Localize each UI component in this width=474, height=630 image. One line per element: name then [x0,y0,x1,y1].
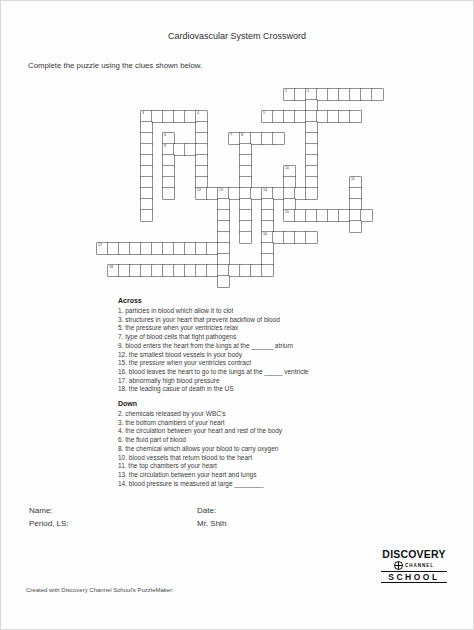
grid-cell [328,111,339,122]
grid-cell [240,232,251,243]
grid-cell [185,243,196,254]
clue-number: 18 [109,265,113,269]
grid-cell [174,243,185,254]
grid-cell [273,188,284,199]
grid-cell [350,199,361,210]
grid-cell [174,111,185,122]
grid-cell [163,166,174,177]
grid-cell [317,210,328,221]
discovery-school-logo: DISCOVERY CHANNEL SCHOOL [381,549,447,583]
grid-cell [262,221,273,232]
grid-cell [185,144,196,155]
grid-cell [306,177,317,188]
grid-cell [251,188,262,199]
grid-cell [306,133,317,144]
clue-line: 15. the pressure when your ventricles co… [118,359,448,368]
clue-line: 3. the bottom chambers of your heart [118,419,448,428]
clue-line: 17. abnormally high blood pressure [118,377,448,386]
clue-line: 2. chemicals released by your WBC's [118,410,448,419]
grid-cell [196,155,207,166]
clue-number: 12 [197,188,201,192]
clue-number: 6 [164,133,166,137]
grid-cell: 18 [108,265,119,276]
grid-cell [306,166,317,177]
grid-cell [306,111,317,122]
clue-line: 9. blood enters the heart from the lungs… [118,342,448,351]
grid-cell [141,265,152,276]
grid-cell [218,265,229,276]
grid-cell [251,265,262,276]
crossword-grid: 123456789101112131415161718 [97,89,383,287]
name-field-label: Name: [29,506,53,515]
grid-cell [218,199,229,210]
date-field-label: Date: [197,506,216,515]
grid-cell [108,243,119,254]
grid-cell [152,111,163,122]
grid-cell [119,243,130,254]
grid-cell [163,111,174,122]
clue-line: 3. structures in your heart that prevent… [118,316,448,325]
grid-cell [141,133,152,144]
grid-cell [141,243,152,254]
grid-cell [262,133,273,144]
grid-cell [141,155,152,166]
grid-cell: 8 [240,133,251,144]
grid-cell [339,210,350,221]
down-clue-list: 2. chemicals released by your WBC's3. th… [118,410,448,488]
grid-cell [152,243,163,254]
grid-cell [196,122,207,133]
clue-number: 2 [307,89,309,93]
grid-cell [240,265,251,276]
worksheet-page: Cardiovascular System Crossword Complete… [0,0,474,630]
grid-cell [218,210,229,221]
grid-cell [262,199,273,210]
grid-cell [328,210,339,221]
clue-line: 11. the top chambers of your heart [118,462,448,471]
logo-discovery-text: DISCOVERY [381,549,447,561]
grid-cell [273,133,284,144]
grid-cell: 15 [284,210,295,221]
clue-number: 1 [285,89,287,93]
grid-cell [218,243,229,254]
grid-cell [207,188,218,199]
across-header: Across [118,297,448,304]
grid-cell: 13 [218,188,229,199]
grid-cell [185,111,196,122]
grid-cell [240,199,251,210]
grid-cell [295,89,306,100]
page-title: Cardiovascular System Crossword [1,31,473,41]
grid-cell [295,232,306,243]
grid-cell: 7 [229,133,240,144]
instruction-text: Complete the puzzle using the clues show… [28,61,202,70]
logo-channel-text: CHANNEL [405,563,434,568]
grid-cell [361,210,372,221]
grid-cell [306,155,317,166]
grid-cell [273,111,284,122]
clue-line: 8. the chemical which allows your blood … [118,445,448,454]
grid-cell [218,276,229,287]
clue-number: 11 [351,177,355,181]
grid-cell [163,177,174,188]
grid-cell [207,243,218,254]
grid-cell [163,155,174,166]
grid-cell [141,166,152,177]
grid-cell [130,243,141,254]
grid-cell [317,89,328,100]
globe-icon [394,561,403,570]
clue-line: 16. blood leaves the heart to go to the … [118,368,448,377]
grid-cell [119,265,130,276]
clue-number: 16 [263,232,267,236]
clue-number: 5 [263,111,265,115]
grid-cell [350,89,361,100]
grid-cell [196,265,207,276]
logo-school-text: SCHOOL [381,571,447,583]
grid-cell [284,188,295,199]
grid-cell [306,232,317,243]
clue-number: 8 [241,133,243,137]
across-clues: Across 1. particles in blood which allow… [118,297,448,394]
clue-number: 10 [285,166,289,170]
grid-cell [240,155,251,166]
clue-line: 14. blood pressure is measured at large … [118,480,448,489]
clue-line: 18. the leading casue of death in the US [118,385,448,394]
grid-cell [350,210,361,221]
grid-cell [152,265,163,276]
clue-number: 9 [164,144,166,148]
clue-line: 13. the circulation between your heart a… [118,471,448,480]
grid-cell [295,111,306,122]
grid-cell: 1 [284,89,295,100]
clue-line: 12. the smallest blood vessels in your b… [118,351,448,360]
puzzlemaker-credit: Created with Discovery Channel School's … [26,587,174,593]
clue-line: 5. the pressure when your ventricles rel… [118,324,448,333]
grid-cell [196,133,207,144]
grid-cell [284,199,295,210]
grid-cell [174,144,185,155]
grid-cell: 11 [350,177,361,188]
clue-number: 13 [219,188,223,192]
grid-cell [306,122,317,133]
grid-cell [350,188,361,199]
grid-cell [240,221,251,232]
grid-cell [262,265,273,276]
grid-cell [295,210,306,221]
grid-cell [295,188,306,199]
grid-cell: 14 [262,188,273,199]
clue-line: 10. blood vessels that return blood to t… [118,454,448,463]
grid-cell [218,254,229,265]
grid-cell [306,144,317,155]
grid-cell [240,210,251,221]
clue-line: 7. type of blood cells that fight pathog… [118,333,448,342]
clue-number: 14 [263,188,267,192]
grid-cell [350,111,361,122]
grid-cell [185,265,196,276]
clue-number: 4 [197,111,199,115]
clue-line: 4. the circulation between your heart an… [118,427,448,436]
grid-cell: 2 [306,89,317,100]
grid-cell [372,89,383,100]
grid-cell [350,221,361,232]
grid-cell [141,188,152,199]
clue-number: 3 [142,111,144,115]
grid-cell [163,265,174,276]
grid-cell [273,232,284,243]
clue-line: 1. particles in blood which allow it to … [118,307,448,316]
grid-cell [207,265,218,276]
period-field-label: Period, LS: [29,519,69,528]
grid-cell [141,177,152,188]
grid-cell [284,111,295,122]
grid-cell: 4 [196,111,207,122]
grid-cell [196,177,207,188]
grid-cell [196,243,207,254]
grid-cell [306,188,317,199]
clue-number: 17 [98,243,102,247]
grid-cell [218,221,229,232]
grid-cell: 6 [163,133,174,144]
grid-cell [262,243,273,254]
grid-cell [141,122,152,133]
clue-number: 15 [285,210,289,214]
grid-cell: 9 [163,144,174,155]
grid-cell [306,210,317,221]
grid-cell [317,111,328,122]
grid-cell: 12 [196,188,207,199]
teacher-name: Mr. Shih [197,519,226,528]
grid-cell [262,254,273,265]
across-clue-list: 1. particles in blood which allow it to … [118,307,448,394]
grid-cell [284,232,295,243]
grid-cell [130,265,141,276]
grid-cell [229,265,240,276]
grid-cell [339,89,350,100]
grid-cell [141,144,152,155]
grid-cell [174,265,185,276]
grid-cell [361,89,372,100]
grid-cell: 17 [97,243,108,254]
grid-cell [218,232,229,243]
grid-cell [240,166,251,177]
grid-cell [240,188,251,199]
grid-cell [163,243,174,254]
clue-number: 7 [230,133,232,137]
grid-cell [284,177,295,188]
grid-cell [251,133,262,144]
down-clues: Down 2. chemicals released by your WBC's… [118,400,448,488]
grid-cell: 3 [141,111,152,122]
grid-cell [163,188,174,199]
grid-cell [196,144,207,155]
grid-cell: 16 [262,232,273,243]
grid-cell [229,188,240,199]
clue-line: 6. the fluid part of blood [118,436,448,445]
down-header: Down [118,400,448,407]
grid-cell [262,210,273,221]
grid-cell [306,100,317,111]
grid-cell [328,89,339,100]
grid-cell [196,166,207,177]
grid-cell [141,210,152,221]
grid-cell [141,199,152,210]
grid-cell: 10 [284,166,295,177]
grid-cell [240,144,251,155]
grid-cell [240,177,251,188]
grid-cell: 5 [262,111,273,122]
grid-cell [339,111,350,122]
